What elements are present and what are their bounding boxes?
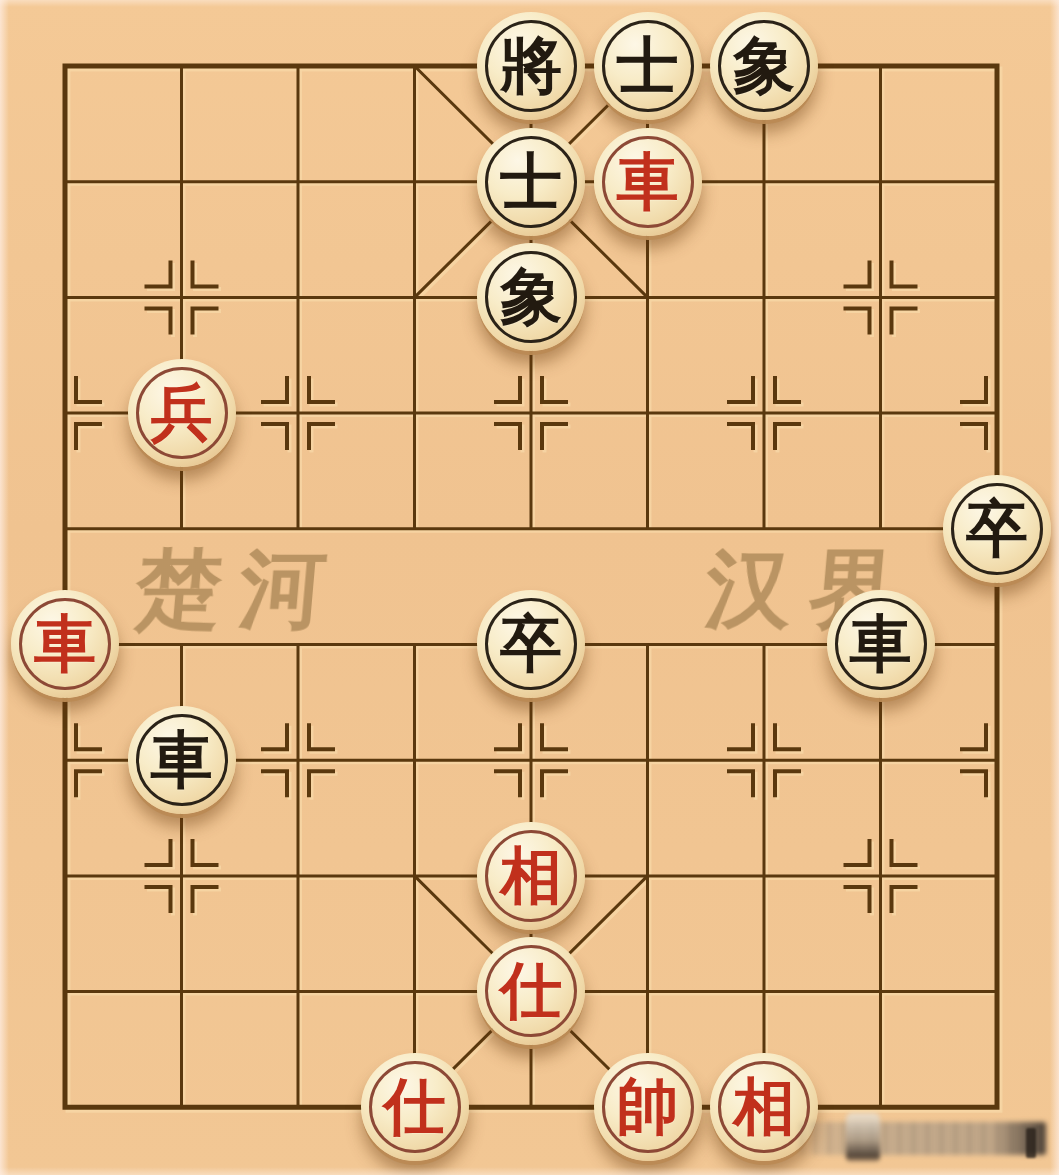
piece-black-soldier[interactable]: 卒 — [943, 475, 1051, 583]
piece-red-elephant[interactable]: 相 — [477, 822, 585, 930]
piece-glyph: 士 — [477, 128, 585, 236]
piece-red-advisor[interactable]: 仕 — [477, 937, 585, 1045]
piece-glyph: 仕 — [477, 937, 585, 1045]
piece-glyph: 象 — [477, 243, 585, 351]
piece-black-advisor[interactable]: 士 — [594, 12, 702, 120]
piece-glyph: 車 — [11, 590, 119, 698]
piece-glyph: 將 — [477, 12, 585, 120]
piece-black-elephant[interactable]: 象 — [477, 243, 585, 351]
piece-glyph: 車 — [827, 590, 935, 698]
piece-glyph: 相 — [477, 822, 585, 930]
piece-glyph: 車 — [128, 706, 236, 814]
piece-glyph: 兵 — [128, 359, 236, 467]
piece-red-general[interactable]: 帥 — [594, 1053, 702, 1161]
piece-black-chariot[interactable]: 車 — [827, 590, 935, 698]
piece-glyph: 帥 — [594, 1053, 702, 1161]
piece-glyph: 象 — [710, 12, 818, 120]
piece-red-chariot[interactable]: 車 — [11, 590, 119, 698]
piece-black-chariot[interactable]: 車 — [128, 706, 236, 814]
watermark-smudge — [800, 1122, 1046, 1155]
watermark-smudge-dot — [1026, 1128, 1036, 1158]
piece-glyph: 士 — [594, 12, 702, 120]
piece-red-soldier[interactable]: 兵 — [128, 359, 236, 467]
piece-glyph: 卒 — [477, 590, 585, 698]
piece-glyph: 仕 — [361, 1053, 469, 1161]
piece-black-advisor[interactable]: 士 — [477, 128, 585, 236]
watermark-smudge-blob — [846, 1113, 880, 1163]
piece-black-soldier[interactable]: 卒 — [477, 590, 585, 698]
xiangqi-board[interactable]: 楚河 汉界 將士象士車象兵卒車卒車車相仕仕帥相 — [0, 0, 1059, 1175]
piece-black-general[interactable]: 將 — [477, 12, 585, 120]
piece-black-elephant[interactable]: 象 — [710, 12, 818, 120]
piece-red-advisor[interactable]: 仕 — [361, 1053, 469, 1161]
piece-red-chariot[interactable]: 車 — [594, 128, 702, 236]
piece-glyph: 卒 — [943, 475, 1051, 583]
piece-glyph: 車 — [594, 128, 702, 236]
pieces-layer: 將士象士車象兵卒車卒車車相仕仕帥相 — [7, 8, 1056, 1165]
